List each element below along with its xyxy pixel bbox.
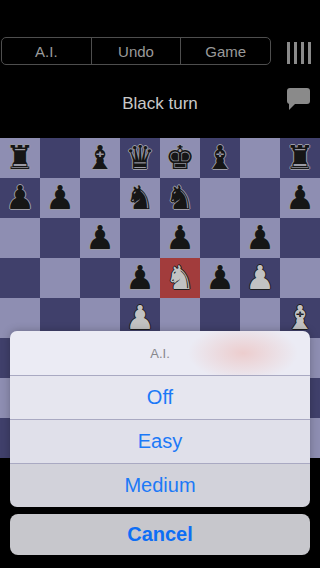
toolbar-segmented-control: A.I. Undo Game: [1, 37, 271, 65]
square-h5[interactable]: [280, 258, 320, 298]
square-h7[interactable]: ♟: [280, 178, 320, 218]
square-b7[interactable]: ♟: [40, 178, 80, 218]
chat-bubble-icon[interactable]: [287, 88, 310, 104]
square-a8[interactable]: ♜: [0, 138, 40, 178]
square-h6[interactable]: [280, 218, 320, 258]
square-e8[interactable]: ♚: [160, 138, 200, 178]
ai-action-sheet: A.I. Off Easy Medium: [10, 331, 310, 507]
ai-option-medium[interactable]: Medium: [10, 463, 310, 507]
square-a5[interactable]: [0, 258, 40, 298]
square-d5[interactable]: ♟: [120, 258, 160, 298]
square-g8[interactable]: [240, 138, 280, 178]
square-d6[interactable]: [120, 218, 160, 258]
square-a7[interactable]: ♟: [0, 178, 40, 218]
square-f5[interactable]: ♟: [200, 258, 240, 298]
top-bar: A.I. Undo Game Black turn: [0, 0, 320, 138]
square-b5[interactable]: [40, 258, 80, 298]
square-c5[interactable]: [80, 258, 120, 298]
square-b8[interactable]: [40, 138, 80, 178]
square-f6[interactable]: [200, 218, 240, 258]
action-sheet-title: A.I.: [10, 331, 310, 375]
square-d7[interactable]: ♞: [120, 178, 160, 218]
square-d8[interactable]: ♛: [120, 138, 160, 178]
captured-pieces-bars-icon[interactable]: [287, 42, 311, 64]
square-e7[interactable]: ♞: [160, 178, 200, 218]
ai-button[interactable]: A.I.: [2, 38, 91, 64]
square-f7[interactable]: [200, 178, 240, 218]
action-sheet-title-label: A.I.: [150, 346, 170, 361]
ai-option-easy[interactable]: Easy: [10, 419, 310, 463]
square-g5[interactable]: ♟: [240, 258, 280, 298]
turn-status-label: Black turn: [0, 94, 320, 114]
cancel-button[interactable]: Cancel: [10, 514, 310, 555]
square-e6[interactable]: ♟: [160, 218, 200, 258]
action-sheet-group: A.I. Off Easy Medium: [10, 331, 310, 507]
background-blur-tint: [188, 331, 298, 375]
square-a6[interactable]: [0, 218, 40, 258]
undo-button[interactable]: Undo: [91, 38, 181, 64]
square-e5[interactable]: ♞: [160, 258, 200, 298]
square-h8[interactable]: ♜: [280, 138, 320, 178]
square-f8[interactable]: ♝: [200, 138, 240, 178]
game-button[interactable]: Game: [180, 38, 270, 64]
chess-app-screen: { "game": "chess", "position": { "fen": …: [0, 0, 320, 568]
ai-option-off[interactable]: Off: [10, 375, 310, 419]
square-b6[interactable]: [40, 218, 80, 258]
square-g7[interactable]: [240, 178, 280, 218]
square-c6[interactable]: ♟: [80, 218, 120, 258]
square-g6[interactable]: ♟: [240, 218, 280, 258]
square-c8[interactable]: ♝: [80, 138, 120, 178]
square-c7[interactable]: [80, 178, 120, 218]
